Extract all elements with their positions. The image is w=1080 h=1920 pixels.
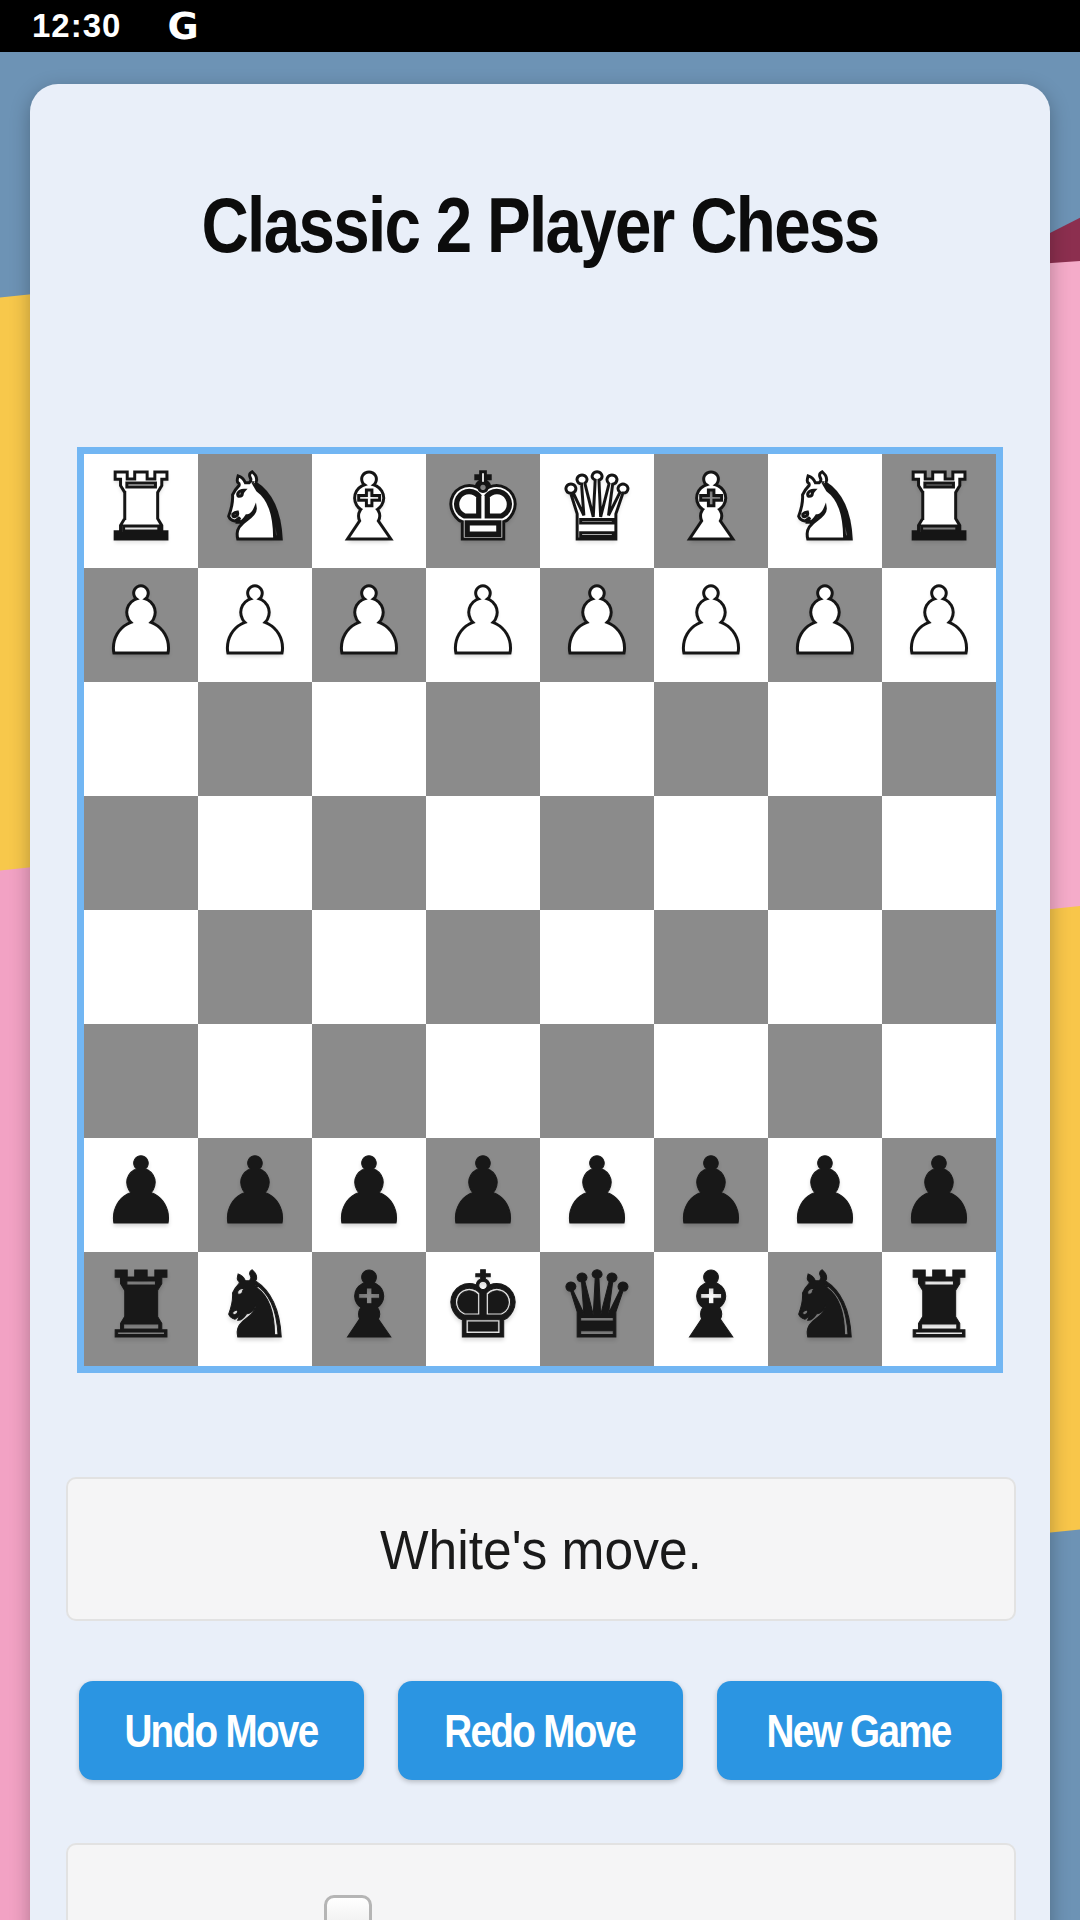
square-c6[interactable]: [654, 1024, 768, 1138]
square-e7[interactable]: ♟: [426, 1138, 540, 1252]
square-b2[interactable]: ♟: [768, 568, 882, 682]
square-f2[interactable]: ♟: [312, 568, 426, 682]
square-c5[interactable]: [654, 910, 768, 1024]
piece-wK: ♚: [442, 451, 524, 565]
page-title-text: Classic 2 Player Chess: [202, 180, 879, 271]
square-d8[interactable]: ♛: [540, 1252, 654, 1366]
square-f3[interactable]: [312, 682, 426, 796]
options-checkbox[interactable]: [324, 1895, 372, 1920]
move-status-text: White's move.: [380, 1517, 702, 1582]
piece-wP: ♟: [442, 565, 524, 679]
piece-bP: ♟: [442, 1135, 524, 1249]
square-f5[interactable]: [312, 910, 426, 1024]
square-b6[interactable]: [768, 1024, 882, 1138]
square-a4[interactable]: [882, 796, 996, 910]
clock-text: 12:30: [32, 7, 121, 45]
square-f7[interactable]: ♟: [312, 1138, 426, 1252]
square-g2[interactable]: ♟: [198, 568, 312, 682]
square-a5[interactable]: [882, 910, 996, 1024]
square-e1[interactable]: ♚: [426, 454, 540, 568]
square-d2[interactable]: ♟: [540, 568, 654, 682]
square-e5[interactable]: [426, 910, 540, 1024]
piece-bB: ♝: [670, 1249, 752, 1363]
square-b1[interactable]: ♞: [768, 454, 882, 568]
square-h8[interactable]: ♜: [84, 1252, 198, 1366]
square-c1[interactable]: ♝: [654, 454, 768, 568]
square-h3[interactable]: [84, 682, 198, 796]
piece-wN: ♞: [784, 451, 866, 565]
piece-wP: ♟: [556, 565, 638, 679]
square-f6[interactable]: [312, 1024, 426, 1138]
square-a3[interactable]: [882, 682, 996, 796]
google-g-icon: G: [167, 4, 198, 48]
piece-wP: ♟: [100, 565, 182, 679]
square-b5[interactable]: [768, 910, 882, 1024]
square-c3[interactable]: [654, 682, 768, 796]
piece-bP: ♟: [898, 1135, 980, 1249]
status-bar: 12:30 G: [0, 0, 1080, 52]
redo-move-label: Redo Move: [445, 1704, 636, 1758]
square-g8[interactable]: ♞: [198, 1252, 312, 1366]
square-e6[interactable]: [426, 1024, 540, 1138]
piece-bN: ♞: [214, 1249, 296, 1363]
piece-bN: ♞: [784, 1249, 866, 1363]
piece-bP: ♟: [784, 1135, 866, 1249]
square-d1[interactable]: ♛: [540, 454, 654, 568]
square-d3[interactable]: [540, 682, 654, 796]
button-row: Undo Move Redo Move New Game: [30, 1681, 1050, 1780]
square-f8[interactable]: ♝: [312, 1252, 426, 1366]
piece-wB: ♝: [670, 451, 752, 565]
piece-wR: ♜: [100, 451, 182, 565]
piece-wP: ♟: [328, 565, 410, 679]
square-h6[interactable]: [84, 1024, 198, 1138]
piece-wP: ♟: [898, 565, 980, 679]
square-b8[interactable]: ♞: [768, 1252, 882, 1366]
piece-wP: ♟: [784, 565, 866, 679]
piece-wN: ♞: [214, 451, 296, 565]
piece-bR: ♜: [100, 1249, 182, 1363]
square-b7[interactable]: ♟: [768, 1138, 882, 1252]
square-h1[interactable]: ♜: [84, 454, 198, 568]
new-game-label: New Game: [767, 1704, 951, 1758]
square-e3[interactable]: [426, 682, 540, 796]
piece-wP: ♟: [214, 565, 296, 679]
page-title: Classic 2 Player Chess: [30, 180, 1050, 271]
square-g4[interactable]: [198, 796, 312, 910]
square-c8[interactable]: ♝: [654, 1252, 768, 1366]
redo-move-button[interactable]: Redo Move: [398, 1681, 683, 1780]
square-g5[interactable]: [198, 910, 312, 1024]
piece-bB: ♝: [328, 1249, 410, 1363]
undo-move-label: Undo Move: [124, 1704, 317, 1758]
square-f1[interactable]: ♝: [312, 454, 426, 568]
piece-wP: ♟: [670, 565, 752, 679]
square-f4[interactable]: [312, 796, 426, 910]
square-g6[interactable]: [198, 1024, 312, 1138]
piece-bP: ♟: [100, 1135, 182, 1249]
square-e8[interactable]: ♚: [426, 1252, 540, 1366]
piece-bR: ♜: [898, 1249, 980, 1363]
app-card: Classic 2 Player Chess ♜♞♝♚♛♝♞♜♟♟♟♟♟♟♟♟♟…: [30, 84, 1050, 1920]
square-d7[interactable]: ♟: [540, 1138, 654, 1252]
square-d6[interactable]: [540, 1024, 654, 1138]
square-b4[interactable]: [768, 796, 882, 910]
move-status-box: White's move.: [66, 1477, 1016, 1621]
chess-board[interactable]: ♜♞♝♚♛♝♞♜♟♟♟♟♟♟♟♟♟♟♟♟♟♟♟♟♜♞♝♚♛♝♞♜: [77, 447, 1003, 1373]
new-game-button[interactable]: New Game: [717, 1681, 1002, 1780]
square-a2[interactable]: ♟: [882, 568, 996, 682]
square-h4[interactable]: [84, 796, 198, 910]
undo-move-button[interactable]: Undo Move: [79, 1681, 364, 1780]
piece-wB: ♝: [328, 451, 410, 565]
square-d5[interactable]: [540, 910, 654, 1024]
piece-bP: ♟: [670, 1135, 752, 1249]
square-g3[interactable]: [198, 682, 312, 796]
square-d4[interactable]: [540, 796, 654, 910]
piece-wQ: ♛: [556, 451, 638, 565]
square-a6[interactable]: [882, 1024, 996, 1138]
square-a1[interactable]: ♜: [882, 454, 996, 568]
square-e4[interactable]: [426, 796, 540, 910]
piece-bQ: ♛: [556, 1249, 638, 1363]
piece-wR: ♜: [898, 451, 980, 565]
square-g1[interactable]: ♞: [198, 454, 312, 568]
options-panel: [66, 1843, 1016, 1920]
square-c2[interactable]: ♟: [654, 568, 768, 682]
square-a8[interactable]: ♜: [882, 1252, 996, 1366]
square-g7[interactable]: ♟: [198, 1138, 312, 1252]
piece-bP: ♟: [214, 1135, 296, 1249]
piece-bK: ♚: [442, 1249, 524, 1363]
square-h5[interactable]: [84, 910, 198, 1024]
square-c7[interactable]: ♟: [654, 1138, 768, 1252]
square-h7[interactable]: ♟: [84, 1138, 198, 1252]
square-e2[interactable]: ♟: [426, 568, 540, 682]
square-a7[interactable]: ♟: [882, 1138, 996, 1252]
square-b3[interactable]: [768, 682, 882, 796]
square-h2[interactable]: ♟: [84, 568, 198, 682]
piece-bP: ♟: [556, 1135, 638, 1249]
square-c4[interactable]: [654, 796, 768, 910]
piece-bP: ♟: [328, 1135, 410, 1249]
